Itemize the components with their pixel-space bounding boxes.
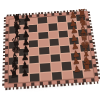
square[interactable] [61, 62, 71, 70]
square[interactable] [50, 46, 60, 54]
square[interactable] [57, 23, 66, 30]
square[interactable] [51, 63, 61, 71]
square[interactable] [30, 56, 40, 64]
square[interactable] [48, 24, 57, 31]
square[interactable] [30, 64, 40, 72]
square[interactable] [29, 32, 38, 39]
piece-black-pawn[interactable]: ♟ [20, 68, 29, 78]
square[interactable] [49, 39, 58, 46]
piece-white-pawn[interactable]: ♟ [72, 64, 81, 74]
square[interactable] [30, 73, 40, 82]
square[interactable] [39, 32, 48, 39]
square[interactable] [40, 47, 50, 55]
square[interactable] [62, 71, 72, 80]
square[interactable] [29, 48, 38, 56]
square[interactable] [40, 55, 50, 63]
chessboard-photo: ♜♟♟♜♞♟♟♞♝♟♟♝♛♟♟♛♚♟♟♚♝♟♟♝♞♟♟♞♜♟♟♜ [0, 0, 100, 100]
square[interactable] [39, 39, 48, 46]
square[interactable] [50, 54, 60, 62]
square[interactable] [60, 54, 70, 62]
square[interactable] [51, 71, 61, 80]
square[interactable] [59, 38, 69, 45]
square[interactable] [47, 17, 56, 24]
square[interactable] [40, 63, 50, 71]
square[interactable] [41, 72, 51, 81]
square[interactable] [38, 24, 47, 31]
square[interactable] [48, 31, 57, 38]
piece-white-rook[interactable]: ♜ [82, 62, 93, 74]
square[interactable] [57, 16, 66, 23]
square[interactable] [58, 30, 67, 37]
square[interactable] [38, 17, 47, 24]
square[interactable] [29, 40, 38, 47]
square[interactable] [60, 46, 70, 54]
